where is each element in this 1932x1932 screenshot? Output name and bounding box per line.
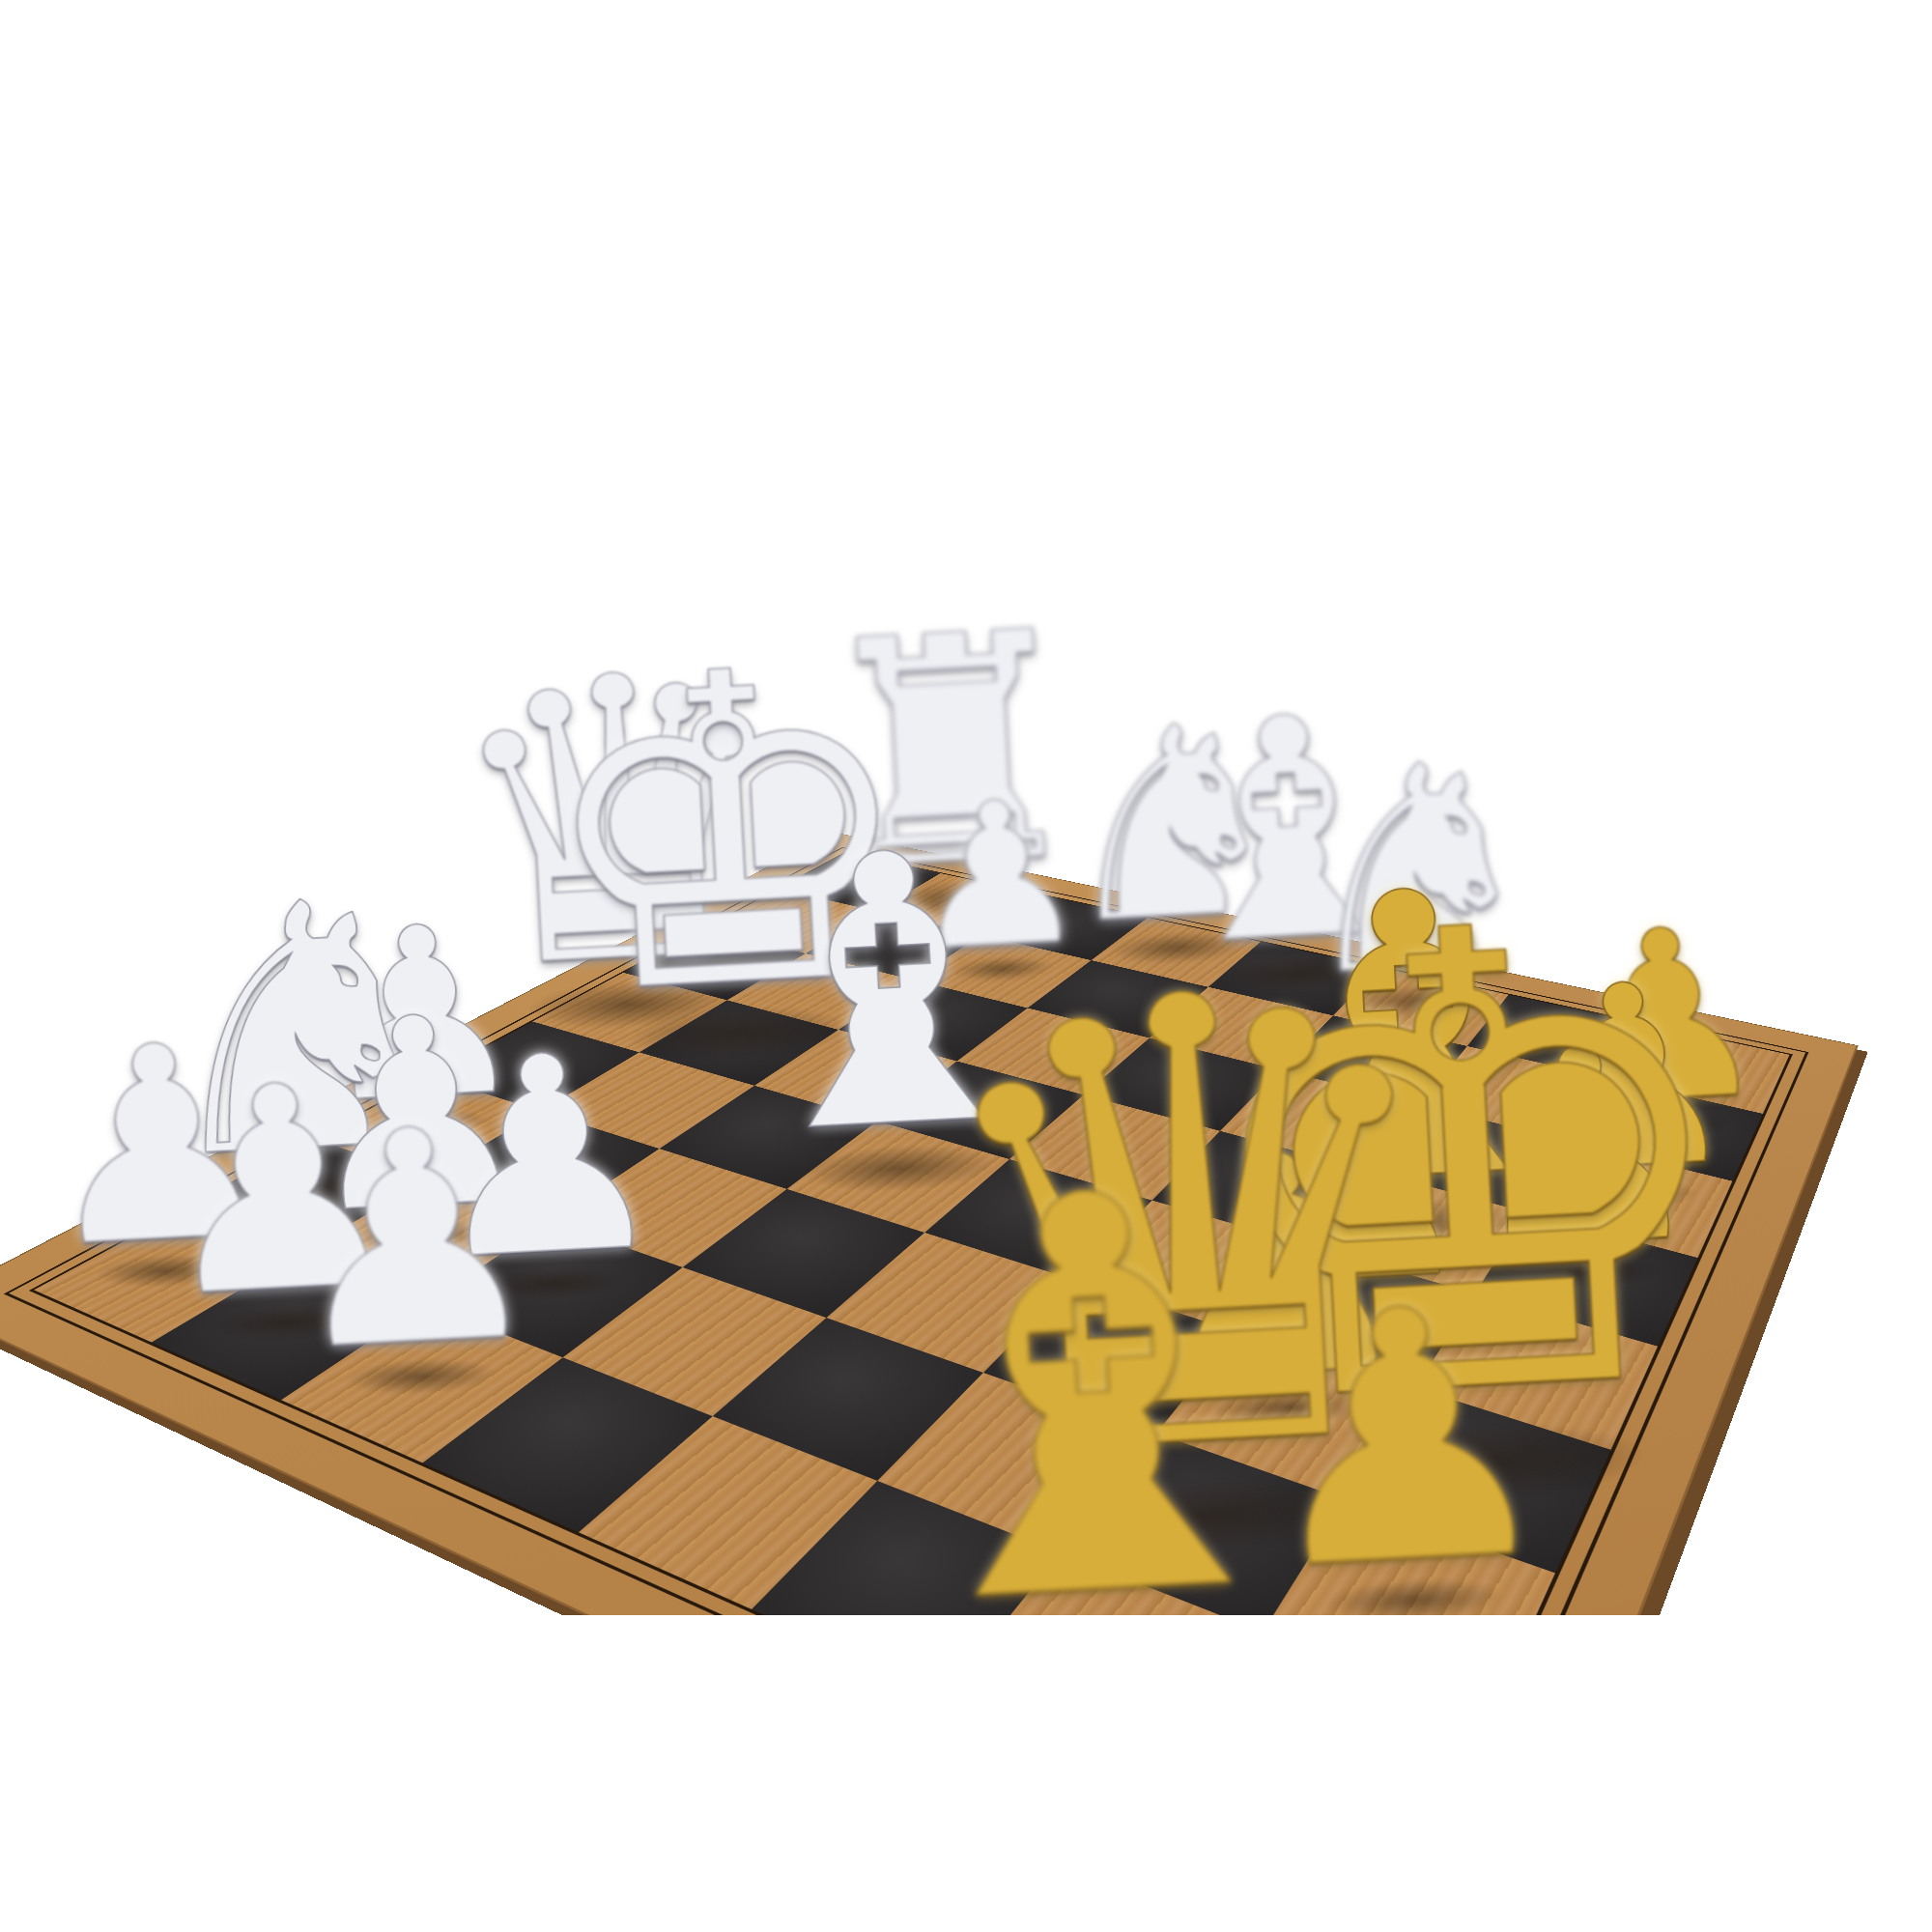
product-photo: ♜♞♟♝♞♛♚♟♟♝♞♟♝♟♟♟♟♟♟♟♟♚♛♟♝ bbox=[0, 0, 1932, 1932]
rook-icon: ♜ bbox=[803, 588, 1099, 916]
pawn-icon: ♟ bbox=[147, 1044, 412, 1337]
piece-silver-pawn-b6: ♟ bbox=[904, 772, 1092, 979]
piece-contact-shadow bbox=[1216, 952, 1376, 996]
piece-contact-shadow bbox=[1045, 1470, 1368, 1561]
pawn-icon: ♟ bbox=[1457, 1008, 1711, 1289]
king-icon: ♚ bbox=[1169, 838, 1766, 1497]
pawn-icon: ♟ bbox=[1553, 895, 1775, 1139]
piece-contact-shadow bbox=[1608, 1109, 1731, 1144]
piece-contact-shadow bbox=[95, 1251, 236, 1291]
pawn-icon: ♟ bbox=[904, 772, 1092, 979]
piece-contact-shadow bbox=[876, 875, 1040, 922]
piece-gold-queen-g2: ♛ bbox=[900, 906, 1483, 1548]
piece-silver-pawn-g7: ♟ bbox=[295, 978, 541, 1249]
pawn-icon: ♟ bbox=[295, 978, 541, 1249]
piece-gold-bishop-d2: ♝ bbox=[1225, 835, 1596, 1243]
piece-silver-knight-a3: ♞ bbox=[1283, 724, 1548, 1016]
piece-silver-pawn-h8: ♟ bbox=[32, 1006, 285, 1286]
piece-contact-shadow bbox=[801, 1141, 996, 1196]
bishop-icon: ♝ bbox=[836, 1115, 1352, 1686]
queen-icon: ♛ bbox=[900, 906, 1483, 1548]
bishop-icon: ♝ bbox=[1225, 835, 1596, 1243]
king-icon: ♚ bbox=[526, 609, 931, 1056]
piece-contact-shadow bbox=[482, 1264, 624, 1303]
piece-silver-pawn-g6: ♟ bbox=[418, 1015, 674, 1298]
piece-contact-shadow bbox=[526, 976, 730, 1033]
piece-contact-shadow bbox=[355, 1216, 492, 1255]
piece-gold-pawn-b1: ♟ bbox=[1553, 895, 1775, 1139]
knight-icon: ♞ bbox=[1283, 724, 1548, 1016]
piece-gold-king-f1: ♚ bbox=[1169, 838, 1766, 1497]
piece-contact-shadow bbox=[1108, 928, 1246, 967]
piece-contact-shadow bbox=[215, 1164, 393, 1214]
piece-gold-pawn-c1: ♟ bbox=[1509, 947, 1746, 1208]
photo-crop-bottom bbox=[0, 1615, 1932, 1932]
queen-icon: ♛ bbox=[435, 618, 804, 1025]
pawn-icon: ♟ bbox=[275, 1086, 553, 1392]
pawn-icon: ♟ bbox=[1222, 1037, 1485, 1326]
piece-contact-shadow bbox=[1520, 1254, 1662, 1293]
piece-gold-pawn-f2: ♟ bbox=[1140, 1110, 1425, 1424]
piece-contact-shadow bbox=[1349, 980, 1495, 1022]
piece-contact-shadow bbox=[951, 954, 1055, 983]
pawn-icon: ♟ bbox=[32, 1006, 285, 1286]
knight-icon: ♞ bbox=[136, 852, 458, 1207]
piece-contact-shadow bbox=[1317, 1194, 1522, 1252]
piece-contact-shadow bbox=[1318, 1417, 1649, 1510]
pawn-icon: ♟ bbox=[418, 1015, 674, 1298]
pawn-icon: ♟ bbox=[310, 892, 531, 1136]
piece-silver-king-d7: ♚ bbox=[526, 609, 931, 1056]
pawn-icon: ♟ bbox=[1242, 1258, 1569, 1618]
piece-contact-shadow bbox=[344, 1355, 497, 1399]
bishop-icon: ♝ bbox=[714, 799, 1066, 1188]
piece-contact-shadow bbox=[1568, 1177, 1699, 1213]
piece-gold-pawn-g1: ♟ bbox=[1242, 1258, 1569, 1618]
piece-silver-pawn-h6: ♟ bbox=[275, 1086, 553, 1392]
piece-contact-shadow bbox=[213, 1301, 359, 1343]
piece-gold-pawn-e2: ♟ bbox=[1222, 1037, 1485, 1326]
pawn-icon: ♟ bbox=[1140, 1110, 1425, 1424]
pawn-icon: ♟ bbox=[1509, 947, 1746, 1208]
piece-silver-pawn-h7: ♟ bbox=[147, 1044, 412, 1337]
piece-silver-pawn-f8: ♟ bbox=[310, 892, 531, 1136]
piece-gold-pawn-d1: ♟ bbox=[1457, 1008, 1711, 1289]
piece-gold-bishop-h2: ♝ bbox=[836, 1115, 1352, 1686]
piece-silver-bishop-a4: ♝ bbox=[1145, 672, 1433, 989]
piece-silver-rook-a7: ♜ bbox=[803, 588, 1099, 916]
piece-silver-bishop-e5: ♝ bbox=[714, 799, 1066, 1188]
piece-contact-shadow bbox=[365, 1106, 488, 1141]
piece-silver-knight-a5: ♞ bbox=[1046, 687, 1295, 961]
piece-contact-shadow bbox=[1210, 1386, 1368, 1431]
knight-icon: ♞ bbox=[1046, 687, 1295, 961]
bishop-icon: ♝ bbox=[1145, 672, 1433, 989]
piece-contact-shadow bbox=[626, 1002, 851, 1065]
piece-contact-shadow bbox=[1287, 1291, 1433, 1331]
piece-silver-queen-d8: ♛ bbox=[435, 618, 804, 1025]
piece-silver-knight-g8: ♞ bbox=[136, 852, 458, 1207]
